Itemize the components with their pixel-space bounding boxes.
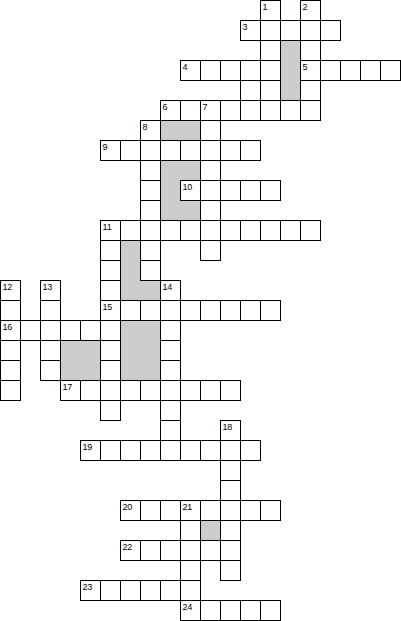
cell-r29c4[interactable]: 23 <box>80 580 101 601</box>
cell-r5c12[interactable] <box>240 100 261 121</box>
clue-number-11: 11 <box>103 222 112 232</box>
cell-r15c13[interactable] <box>260 300 281 321</box>
clue-number-7: 7 <box>203 102 208 112</box>
cell-r16c4[interactable] <box>80 320 101 341</box>
clue-number-21: 21 <box>183 502 193 512</box>
cell-r4c12[interactable] <box>240 80 261 101</box>
shaded-cell-r8c8 <box>160 160 181 181</box>
clue-number-4: 4 <box>183 62 188 72</box>
clue-number-22: 22 <box>123 542 133 552</box>
cell-r27c9[interactable] <box>180 540 201 561</box>
cell-r22c10[interactable] <box>200 440 221 461</box>
cell-r25c9[interactable]: 21 <box>180 500 201 521</box>
cell-r19c3[interactable]: 17 <box>60 380 81 401</box>
cell-r5c13[interactable] <box>260 100 281 121</box>
shaded-cell-r4c14 <box>280 80 301 101</box>
cell-r15c12[interactable] <box>240 300 261 321</box>
cell-r16c5[interactable] <box>100 320 121 341</box>
cell-r25c7[interactable] <box>140 500 161 521</box>
cell-r3c11[interactable] <box>220 60 241 81</box>
shaded-cell-r18c6 <box>120 360 141 381</box>
cell-r0c13[interactable]: 1 <box>260 0 281 21</box>
cell-r5c8[interactable]: 6 <box>160 100 181 121</box>
cell-r11c8[interactable] <box>160 220 181 241</box>
cell-r14c2[interactable]: 13 <box>40 280 61 301</box>
cell-r16c2[interactable] <box>40 320 61 341</box>
cell-r9c9[interactable]: 10 <box>180 180 201 201</box>
cell-r7c9[interactable] <box>180 140 201 161</box>
clue-number-18: 18 <box>223 422 233 432</box>
cell-r27c10[interactable] <box>200 540 221 561</box>
cell-r21c11[interactable]: 18 <box>220 420 241 441</box>
cell-r15c7[interactable] <box>140 300 161 321</box>
cell-r13c7[interactable] <box>140 260 161 281</box>
clue-number-8: 8 <box>143 122 148 132</box>
cell-r19c8[interactable] <box>160 380 181 401</box>
cell-r5c15[interactable] <box>300 100 321 121</box>
cell-r14c0[interactable]: 12 <box>0 280 21 301</box>
cell-r23c11[interactable] <box>220 460 241 481</box>
cell-r22c12[interactable] <box>240 440 261 461</box>
clue-number-17: 17 <box>63 382 73 392</box>
cell-r18c8[interactable] <box>160 360 181 381</box>
cell-r11c11[interactable] <box>220 220 241 241</box>
cell-r7c6[interactable] <box>120 140 141 161</box>
cell-r16c0[interactable]: 16 <box>0 320 21 341</box>
cell-r25c12[interactable] <box>240 500 261 521</box>
shaded-cell-r2c14 <box>280 40 301 61</box>
cell-r18c2[interactable] <box>40 360 61 381</box>
clue-number-23: 23 <box>83 582 93 592</box>
shaded-cell-r16c7 <box>140 320 161 341</box>
cell-r11c12[interactable] <box>240 220 261 241</box>
cell-r30c9[interactable]: 24 <box>180 600 201 621</box>
cell-r27c8[interactable] <box>160 540 181 561</box>
cell-r11c7[interactable] <box>140 220 161 241</box>
cell-r25c13[interactable] <box>260 500 281 521</box>
cell-r22c9[interactable] <box>180 440 201 461</box>
cell-r30c10[interactable] <box>200 600 221 621</box>
clue-number-2: 2 <box>303 2 308 12</box>
clue-number-5: 5 <box>303 62 308 72</box>
cell-r5c14[interactable] <box>280 100 301 121</box>
cell-r24c11[interactable] <box>220 480 241 501</box>
cell-r11c15[interactable] <box>300 220 321 241</box>
shaded-cell-r8c9 <box>180 160 201 181</box>
cell-r17c0[interactable] <box>0 340 21 361</box>
cell-r4c15[interactable] <box>300 80 321 101</box>
cell-r26c11[interactable] <box>220 520 241 541</box>
cell-r25c11[interactable] <box>220 500 241 521</box>
cell-r5c11[interactable] <box>220 100 241 121</box>
cell-r13c5[interactable] <box>100 260 121 281</box>
cell-r8c7[interactable] <box>140 160 161 181</box>
cell-r22c4[interactable]: 19 <box>80 440 101 461</box>
shaded-cell-r18c4 <box>80 360 101 381</box>
cell-r9c11[interactable] <box>220 180 241 201</box>
cell-r21c8[interactable] <box>160 420 181 441</box>
cell-r30c11[interactable] <box>220 600 241 621</box>
cell-r22c7[interactable] <box>140 440 161 461</box>
cell-r15c2[interactable] <box>40 300 61 321</box>
shaded-cell-r6c9 <box>180 120 201 141</box>
shaded-cell-r26c10 <box>200 520 221 541</box>
cell-r29c8[interactable] <box>160 580 181 601</box>
cell-r29c9[interactable] <box>180 580 201 601</box>
cell-r22c6[interactable] <box>120 440 141 461</box>
cell-r17c5[interactable] <box>100 340 121 361</box>
cell-r15c5[interactable]: 15 <box>100 300 121 321</box>
cell-r15c9[interactable] <box>180 300 201 321</box>
shaded-cell-r10c8 <box>160 200 181 221</box>
shaded-cell-r17c3 <box>60 340 81 361</box>
cell-r14c8[interactable]: 14 <box>160 280 181 301</box>
cell-r14c5[interactable] <box>100 280 121 301</box>
cell-r16c1[interactable] <box>20 320 41 341</box>
clue-number-19: 19 <box>83 442 93 452</box>
cell-r12c10[interactable] <box>200 240 221 261</box>
cell-r7c5[interactable]: 9 <box>100 140 121 161</box>
cell-r27c7[interactable] <box>140 540 161 561</box>
cell-r3c15[interactable]: 5 <box>300 60 321 81</box>
cell-r7c8[interactable] <box>160 140 181 161</box>
cell-r11c6[interactable] <box>120 220 141 241</box>
cell-r26c9[interactable] <box>180 520 201 541</box>
cell-r30c12[interactable] <box>240 600 261 621</box>
cell-r16c3[interactable] <box>60 320 81 341</box>
shaded-cell-r17c6 <box>120 340 141 361</box>
cell-r1c12[interactable]: 3 <box>240 20 261 41</box>
cell-r11c13[interactable] <box>260 220 281 241</box>
clue-number-20: 20 <box>123 502 133 512</box>
cell-r3c19[interactable] <box>380 60 401 81</box>
cell-r25c6[interactable]: 20 <box>120 500 141 521</box>
shaded-cell-r18c7 <box>140 360 161 381</box>
cell-r19c10[interactable] <box>200 380 221 401</box>
shaded-cell-r14c6 <box>120 280 141 301</box>
cell-r1c16[interactable] <box>320 20 341 41</box>
cell-r19c11[interactable] <box>220 380 241 401</box>
cell-r3c17[interactable] <box>340 60 361 81</box>
cell-r11c5[interactable]: 11 <box>100 220 121 241</box>
cell-r8c10[interactable] <box>200 160 221 181</box>
cell-r16c8[interactable] <box>160 320 181 341</box>
cell-r11c10[interactable] <box>200 220 221 241</box>
shaded-cell-r18c3 <box>60 360 81 381</box>
shaded-cell-r16c6 <box>120 320 141 341</box>
cell-r12c5[interactable] <box>100 240 121 261</box>
cell-r27c11[interactable] <box>220 540 241 561</box>
cell-r19c6[interactable] <box>120 380 141 401</box>
cell-r5c10[interactable]: 7 <box>200 100 221 121</box>
cell-r7c11[interactable] <box>220 140 241 161</box>
clue-number-12: 12 <box>3 282 13 292</box>
cell-r3c12[interactable] <box>240 60 261 81</box>
crossword-grid: 123456789101112131415161718192021222324 <box>0 0 401 621</box>
clue-number-6: 6 <box>163 102 168 112</box>
cell-r29c7[interactable] <box>140 580 161 601</box>
cell-r19c9[interactable] <box>180 380 201 401</box>
cell-r22c11[interactable] <box>220 440 241 461</box>
shaded-cell-r13c6 <box>120 260 141 281</box>
cell-r11c14[interactable] <box>280 220 301 241</box>
cell-r15c10[interactable] <box>200 300 221 321</box>
cell-r30c13[interactable] <box>260 600 281 621</box>
cell-r17c2[interactable] <box>40 340 61 361</box>
cell-r25c10[interactable] <box>200 500 221 521</box>
cell-r1c13[interactable] <box>260 20 281 41</box>
cell-r1c15[interactable] <box>300 20 321 41</box>
cell-r9c7[interactable] <box>140 180 161 201</box>
cell-r4c13[interactable] <box>260 80 281 101</box>
cell-r3c10[interactable] <box>200 60 221 81</box>
cell-r15c8[interactable] <box>160 300 181 321</box>
cell-r28c9[interactable] <box>180 560 201 581</box>
cell-r3c9[interactable]: 4 <box>180 60 201 81</box>
cell-r7c12[interactable] <box>240 140 261 161</box>
cell-r5c9[interactable] <box>180 100 201 121</box>
cell-r18c0[interactable] <box>0 360 21 381</box>
cell-r6c10[interactable] <box>200 120 221 141</box>
clue-number-9: 9 <box>103 142 108 152</box>
cell-r18c5[interactable] <box>100 360 121 381</box>
cell-r11c9[interactable] <box>180 220 201 241</box>
cell-r19c4[interactable] <box>80 380 101 401</box>
cell-r7c10[interactable] <box>200 140 221 161</box>
cell-r3c18[interactable] <box>360 60 381 81</box>
shaded-cell-r17c4 <box>80 340 101 361</box>
cell-r15c11[interactable] <box>220 300 241 321</box>
cell-r2c13[interactable] <box>260 40 281 61</box>
cell-r10c10[interactable] <box>200 200 221 221</box>
cell-r17c8[interactable] <box>160 340 181 361</box>
shaded-cell-r12c6 <box>120 240 141 261</box>
cell-r20c5[interactable] <box>100 400 121 421</box>
cell-r15c0[interactable] <box>0 300 21 321</box>
cell-r1c14[interactable] <box>280 20 301 41</box>
clue-number-3: 3 <box>243 22 248 32</box>
cell-r0c15[interactable]: 2 <box>300 0 321 21</box>
cell-r9c12[interactable] <box>240 180 261 201</box>
shaded-cell-r3c14 <box>280 60 301 81</box>
shaded-cell-r6c8 <box>160 120 181 141</box>
cell-r22c5[interactable] <box>100 440 121 461</box>
cell-r28c11[interactable] <box>220 560 241 581</box>
cell-r10c7[interactable] <box>140 200 161 221</box>
shaded-cell-r10c9 <box>180 200 201 221</box>
clue-number-16: 16 <box>3 322 13 332</box>
cell-r9c10[interactable] <box>200 180 221 201</box>
clue-number-14: 14 <box>163 282 173 292</box>
shaded-cell-r17c7 <box>140 340 161 361</box>
clue-number-24: 24 <box>183 602 193 612</box>
cell-r15c6[interactable] <box>120 300 141 321</box>
cell-r3c16[interactable] <box>320 60 341 81</box>
cell-r2c15[interactable] <box>300 40 321 61</box>
cell-r6c7[interactable]: 8 <box>140 120 161 141</box>
clue-number-13: 13 <box>43 282 53 292</box>
cell-r29c5[interactable] <box>100 580 121 601</box>
cell-r19c0[interactable] <box>0 380 21 401</box>
cell-r22c8[interactable] <box>160 440 181 461</box>
shaded-cell-r14c7 <box>140 280 161 301</box>
cell-r3c13[interactable] <box>260 60 281 81</box>
shaded-cell-r9c8 <box>160 180 181 201</box>
cell-r12c7[interactable] <box>140 240 161 261</box>
clue-number-1: 1 <box>263 2 268 12</box>
clue-number-10: 10 <box>183 182 193 192</box>
clue-number-15: 15 <box>103 302 113 312</box>
cell-r19c5[interactable] <box>100 380 121 401</box>
cell-r19c7[interactable] <box>140 380 161 401</box>
cell-r29c6[interactable] <box>120 580 141 601</box>
cell-r20c8[interactable] <box>160 400 181 421</box>
cell-r25c8[interactable] <box>160 500 181 521</box>
cell-r27c6[interactable]: 22 <box>120 540 141 561</box>
cell-r7c7[interactable] <box>140 140 161 161</box>
cell-r9c13[interactable] <box>260 180 281 201</box>
